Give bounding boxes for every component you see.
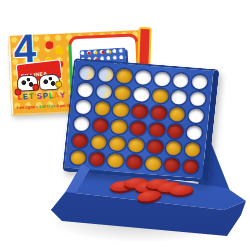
cell-r2-c4: [133, 86, 150, 101]
cell-r4-c7: [186, 125, 203, 140]
cell-r3-c1: [75, 99, 92, 114]
cell-r3-c6: [169, 106, 186, 121]
mini-yellow-disc-icon: [94, 51, 98, 55]
cell-r1-c6: [172, 72, 189, 87]
cell-r6-c6: [164, 157, 181, 172]
yellow-dot-icon: [56, 47, 64, 55]
cell-r3-c5: [150, 105, 167, 120]
cell-r2-c2: [96, 83, 113, 98]
red-dot-icon: [45, 41, 53, 49]
red-disc-icon: [32, 84, 39, 91]
cell-r4-c1: [73, 116, 90, 131]
yellow-disc-icon: [55, 81, 62, 88]
language-label: 4 di fila: [39, 104, 53, 109]
cell-r5-c5: [147, 139, 164, 154]
cell-r3-c3: [113, 102, 130, 117]
cell-r4-c4: [130, 120, 147, 135]
cell-r3-c7: [188, 108, 205, 123]
cell-r1-c7: [191, 74, 208, 89]
cell-r1-c4: [135, 69, 152, 84]
cell-r5-c2: [90, 134, 107, 149]
cell-r6-c7: [182, 158, 199, 173]
cell-r2-c5: [152, 88, 169, 103]
cell-r6-c2: [88, 151, 105, 166]
cell-r6-c3: [107, 153, 124, 168]
cell-r4-c6: [167, 123, 184, 138]
cell-r3-c4: [131, 103, 148, 118]
tagline-letter: Y: [60, 90, 67, 100]
cell-r2-c3: [114, 85, 131, 100]
cell-r4-c3: [111, 119, 128, 134]
product-photo: 4 EN LINEA LET'S PLAY 4 en ligne • 4 di …: [0, 0, 250, 250]
cell-r2-c7: [190, 91, 207, 106]
cell-r1-c5: [154, 71, 171, 86]
cell-r2-c6: [171, 89, 188, 104]
cell-r3-c2: [94, 100, 111, 115]
cell-r6-c1: [70, 150, 87, 165]
cell-r5-c3: [109, 136, 126, 151]
cell-r6-c5: [145, 155, 162, 170]
mini-red-disc-icon: [87, 52, 91, 56]
cell-r6-c4: [126, 154, 143, 169]
game-board: [62, 58, 219, 183]
box-red-stripe: [137, 27, 151, 67]
cell-r1-c1: [79, 65, 96, 80]
cell-r2-c1: [77, 82, 94, 97]
box-tagline: LET'S PLAY: [17, 91, 66, 102]
cell-r5-c4: [128, 137, 145, 152]
cell-r4-c2: [92, 117, 109, 132]
cell-r5-c6: [165, 140, 182, 155]
mini-yellow-disc-icon: [108, 50, 112, 54]
cell-r5-c1: [71, 133, 88, 148]
cell-r4-c5: [148, 122, 165, 137]
cell-r5-c7: [184, 142, 201, 157]
language-label: 4 en ligne: [16, 105, 35, 110]
cell-r1-c2: [97, 66, 114, 81]
mini-red-disc-icon: [101, 51, 105, 55]
board-grid: [64, 60, 213, 178]
cell-r1-c3: [116, 68, 133, 83]
